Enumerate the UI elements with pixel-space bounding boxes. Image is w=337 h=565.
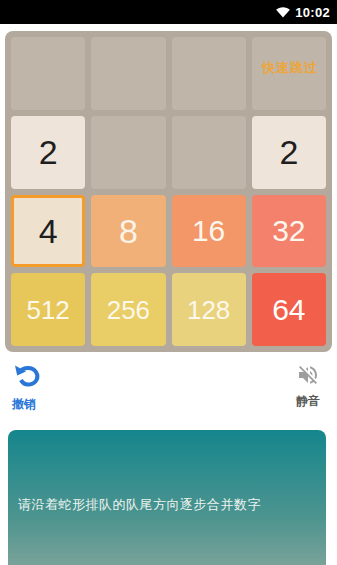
tile-2: 2 (252, 116, 326, 189)
undo-button[interactable]: 撤销 (12, 363, 46, 413)
status-time: 10:02 (295, 5, 330, 20)
toolbar: 撤销 静音 (0, 352, 337, 430)
wifi-icon (276, 6, 290, 18)
tile-4: 4 (11, 195, 85, 268)
tile-16: 16 (172, 195, 246, 268)
tile-512: 512 (11, 273, 85, 346)
empty-cell (172, 37, 246, 110)
tile-32: 32 (252, 195, 326, 268)
tile-64: 64 (252, 273, 326, 346)
tile-8: 8 (91, 195, 165, 268)
tutorial-panel: 请沿着蛇形排队的队尾方向逐步合并数字 (8, 430, 326, 565)
empty-cell (91, 37, 165, 110)
tile-128: 128 (172, 273, 246, 346)
skip-button[interactable]: 快速跳过 (262, 59, 318, 77)
empty-cell (11, 37, 85, 110)
empty-cell (91, 116, 165, 189)
mute-label: 静音 (296, 393, 320, 410)
tile-2: 2 (11, 116, 85, 189)
tile-256: 256 (91, 273, 165, 346)
mute-button[interactable]: 静音 (291, 363, 325, 410)
tutorial-message: 请沿着蛇形排队的队尾方向逐步合并数字 (18, 496, 261, 514)
status-bar: 10:02 (0, 0, 337, 24)
undo-icon (12, 363, 42, 394)
game-board[interactable]: 快速跳过 2248163251225612864 (5, 31, 332, 352)
empty-cell (172, 116, 246, 189)
undo-label: 撤销 (12, 396, 36, 413)
mute-icon (296, 363, 320, 391)
